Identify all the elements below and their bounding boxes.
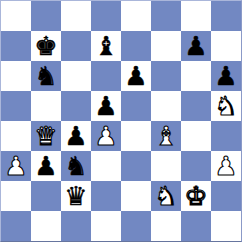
white-knight: ♞	[214, 93, 237, 119]
white-pawn: ♟	[94, 123, 117, 149]
black-pawn: ♟	[34, 153, 57, 179]
square-g1[interactable]	[181, 211, 211, 241]
square-c3[interactable]: ♞	[61, 151, 91, 181]
square-g5[interactable]	[181, 91, 211, 121]
square-d8[interactable]	[91, 1, 121, 31]
white-queen: ♛	[34, 123, 57, 149]
square-b4[interactable]: ♛	[31, 121, 61, 151]
square-e8[interactable]	[121, 1, 151, 31]
black-queen: ♛	[64, 183, 87, 209]
square-c4[interactable]: ♟	[61, 121, 91, 151]
square-f1[interactable]	[151, 211, 181, 241]
square-g6[interactable]	[181, 61, 211, 91]
square-g4[interactable]	[181, 121, 211, 151]
white-knight: ♞	[154, 183, 177, 209]
square-d4[interactable]: ♟	[91, 121, 121, 151]
black-pawn: ♟	[184, 33, 207, 59]
square-c1[interactable]	[61, 211, 91, 241]
square-e3[interactable]	[121, 151, 151, 181]
square-f7[interactable]	[151, 31, 181, 61]
square-h4[interactable]	[211, 121, 241, 151]
square-a5[interactable]	[1, 91, 31, 121]
black-pawn: ♟	[214, 63, 237, 89]
black-knight: ♞	[34, 63, 57, 89]
square-h3[interactable]: ♟	[211, 151, 241, 181]
square-h8[interactable]	[211, 1, 241, 31]
square-b3[interactable]: ♟	[31, 151, 61, 181]
square-f5[interactable]	[151, 91, 181, 121]
square-a1[interactable]	[1, 211, 31, 241]
square-b5[interactable]	[31, 91, 61, 121]
black-pawn: ♟	[94, 93, 117, 119]
square-b1[interactable]	[31, 211, 61, 241]
square-g3[interactable]	[181, 151, 211, 181]
square-d7[interactable]: ♝	[91, 31, 121, 61]
black-pawn: ♟	[124, 63, 147, 89]
black-king: ♚	[34, 33, 57, 59]
square-c7[interactable]	[61, 31, 91, 61]
square-d5[interactable]: ♟	[91, 91, 121, 121]
square-e2[interactable]	[121, 181, 151, 211]
square-g7[interactable]: ♟	[181, 31, 211, 61]
black-bishop: ♝	[94, 33, 117, 59]
white-bishop: ♝	[154, 123, 177, 149]
square-d6[interactable]	[91, 61, 121, 91]
white-king: ♚	[184, 183, 207, 209]
square-h2[interactable]	[211, 181, 241, 211]
square-e1[interactable]	[121, 211, 151, 241]
chess-board: ♚♝♟♞♟♟♟♞♛♟♟♝♟♟♞♟♛♞♚	[0, 0, 242, 242]
square-b8[interactable]	[31, 1, 61, 31]
square-a6[interactable]	[1, 61, 31, 91]
square-f6[interactable]	[151, 61, 181, 91]
square-h5[interactable]: ♞	[211, 91, 241, 121]
square-d1[interactable]	[91, 211, 121, 241]
square-a7[interactable]	[1, 31, 31, 61]
square-c2[interactable]: ♛	[61, 181, 91, 211]
square-h1[interactable]	[211, 211, 241, 241]
square-c8[interactable]	[61, 1, 91, 31]
square-c5[interactable]	[61, 91, 91, 121]
black-knight: ♞	[64, 153, 87, 179]
square-e6[interactable]: ♟	[121, 61, 151, 91]
square-c6[interactable]	[61, 61, 91, 91]
square-d2[interactable]	[91, 181, 121, 211]
square-h6[interactable]: ♟	[211, 61, 241, 91]
white-pawn: ♟	[214, 153, 237, 179]
square-f3[interactable]	[151, 151, 181, 181]
square-b7[interactable]: ♚	[31, 31, 61, 61]
square-a2[interactable]	[1, 181, 31, 211]
white-pawn: ♟	[4, 153, 27, 179]
square-b2[interactable]	[31, 181, 61, 211]
square-a3[interactable]: ♟	[1, 151, 31, 181]
square-f4[interactable]: ♝	[151, 121, 181, 151]
square-e5[interactable]	[121, 91, 151, 121]
square-d3[interactable]	[91, 151, 121, 181]
square-f2[interactable]: ♞	[151, 181, 181, 211]
square-a8[interactable]	[1, 1, 31, 31]
black-pawn: ♟	[64, 123, 87, 149]
square-a4[interactable]	[1, 121, 31, 151]
square-g8[interactable]	[181, 1, 211, 31]
square-e7[interactable]	[121, 31, 151, 61]
square-h7[interactable]	[211, 31, 241, 61]
square-g2[interactable]: ♚	[181, 181, 211, 211]
square-e4[interactable]	[121, 121, 151, 151]
square-b6[interactable]: ♞	[31, 61, 61, 91]
square-f8[interactable]	[151, 1, 181, 31]
